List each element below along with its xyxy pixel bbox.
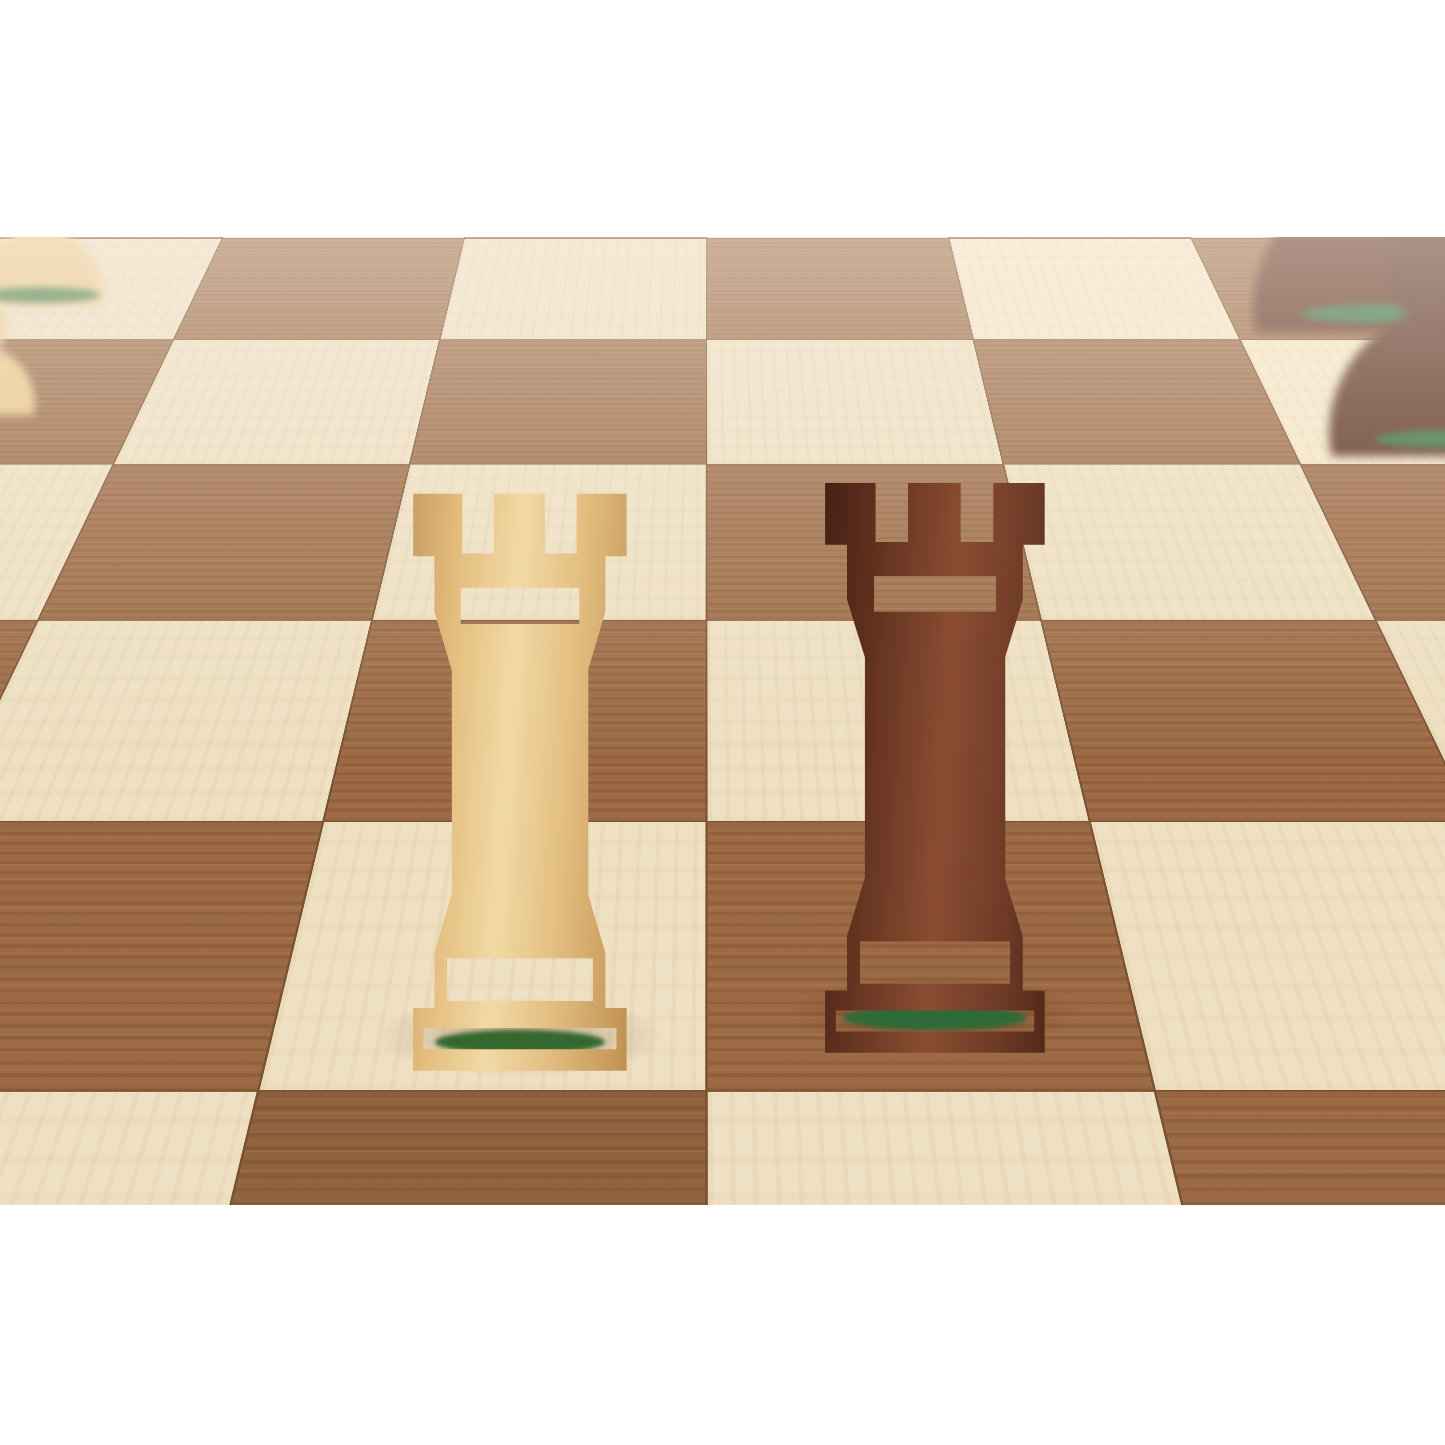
square-b5 (707, 237, 948, 238)
product-photo-page: ♟ ♟ ♟ ♟ ♜ ♜ (0, 0, 1445, 1445)
square-h3 (0, 1092, 257, 1205)
black-rook: ♜ (935, 392, 1445, 1172)
black-rook-icon: ♜ (760, 392, 1110, 1172)
white-pawn-icon: ♟ (0, 246, 65, 446)
square-c5 (707, 239, 972, 340)
square-c4 (441, 239, 706, 340)
background-white-piece-2: ♟ (0, 246, 154, 446)
board-photo: ♟ ♟ ♟ ♟ ♜ ♜ (0, 237, 1445, 1205)
white-rook-icon: ♜ (350, 402, 690, 1192)
square-f3 (0, 621, 371, 821)
